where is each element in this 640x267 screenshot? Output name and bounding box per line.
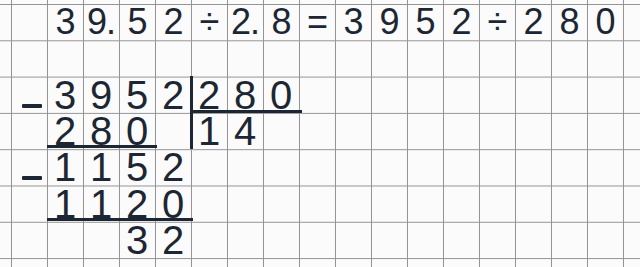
cell-r3-c3: 0 xyxy=(119,113,155,149)
cell-r3-c2: 8 xyxy=(83,113,119,149)
cell-r4-c4: 2 xyxy=(155,149,191,185)
subtraction-underline-2 xyxy=(47,218,193,221)
cell-r0-c9: 3 xyxy=(335,4,371,40)
cell-r5-c4: 0 xyxy=(155,186,191,222)
cell-r2-c7: 0 xyxy=(263,77,299,113)
cell-r3-c1: 2 xyxy=(47,113,83,149)
cell-r0-c4: 2 xyxy=(155,4,191,40)
cell-r4-c3: 5 xyxy=(119,149,155,185)
cell-r5-c1: 1 xyxy=(47,186,83,222)
cell-r3-c5: 1 xyxy=(191,113,227,149)
cell-r2-c4: 2 xyxy=(155,77,191,113)
cell-r0-c13: ÷ xyxy=(479,4,515,40)
cell-r2-c2: 9 xyxy=(83,77,119,113)
cell-r3-c6: 4 xyxy=(227,113,263,149)
cell-r0-c1: 3 xyxy=(47,4,83,40)
squared-paper-grid: 39.52÷2.8=3952÷2803952280280141152112032 xyxy=(0,0,640,267)
cell-r4-c2: 1 xyxy=(83,149,119,185)
cell-r6-c3: 3 xyxy=(119,222,155,258)
cell-r0-c5: ÷ xyxy=(191,4,227,40)
cell-r0-c8: = xyxy=(299,4,335,40)
cell-r0-c15: 8 xyxy=(551,4,587,40)
cell-r0-c10: 9 xyxy=(371,4,407,40)
cell-r2-c1: 3 xyxy=(47,77,83,113)
cell-r0-c6: 2. xyxy=(227,4,263,40)
cell-r0-c3: 5 xyxy=(119,4,155,40)
subtraction-underline-1 xyxy=(47,145,157,148)
cell-r0-c2: 9. xyxy=(83,4,119,40)
minus-dash xyxy=(22,176,42,180)
cell-r0-c16: 0 xyxy=(587,4,623,40)
cell-r0-c12: 2 xyxy=(443,4,479,40)
cell-r5-c2: 1 xyxy=(83,186,119,222)
cell-r0-c11: 5 xyxy=(407,4,443,40)
cell-r6-c4: 2 xyxy=(155,222,191,258)
cell-r0-c14: 2 xyxy=(515,4,551,40)
minus-sign-r4 xyxy=(11,149,47,185)
cell-r2-c5: 2 xyxy=(191,77,227,113)
minus-sign-r2 xyxy=(11,77,47,113)
minus-dash xyxy=(22,104,42,108)
cell-r2-c3: 5 xyxy=(119,77,155,113)
cell-r5-c3: 2 xyxy=(119,186,155,222)
cell-r2-c6: 8 xyxy=(227,77,263,113)
cell-r0-c7: 8 xyxy=(263,4,299,40)
cell-r4-c1: 1 xyxy=(47,149,83,185)
division-corner-quotient-line xyxy=(190,110,302,113)
